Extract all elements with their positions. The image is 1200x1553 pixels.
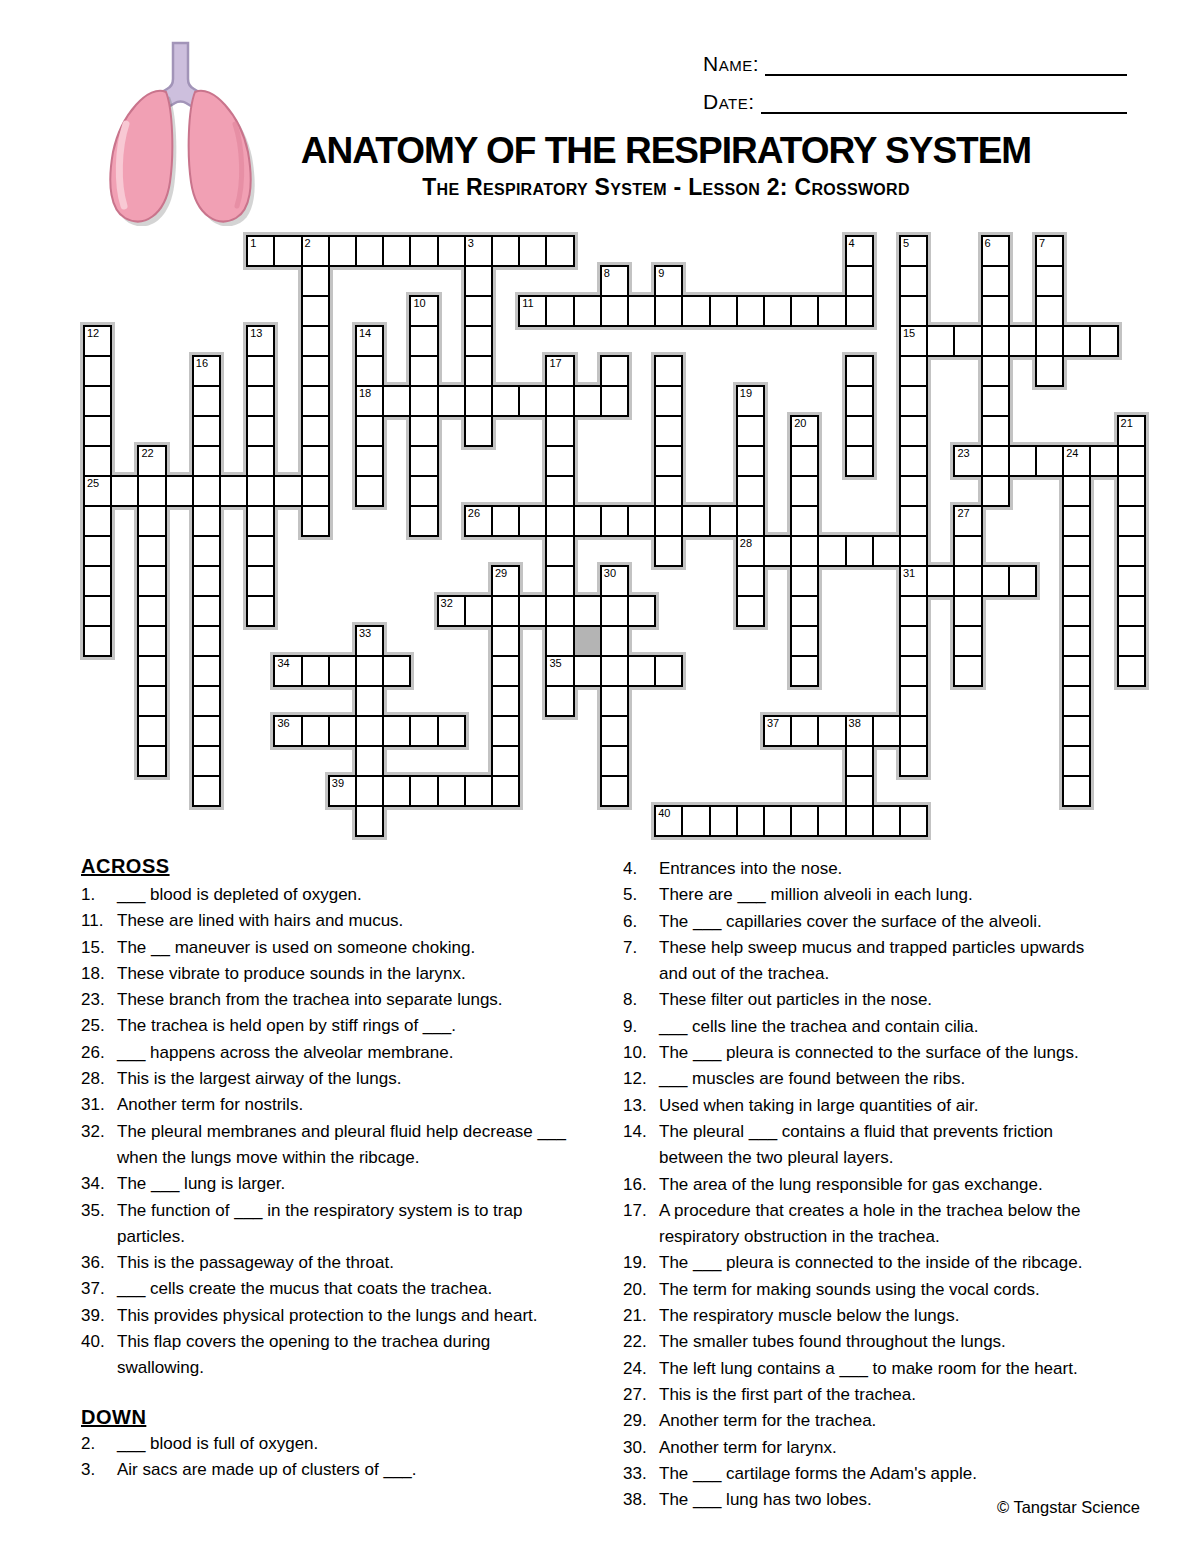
answer-cell-r14c36[interactable] xyxy=(1062,655,1091,687)
answer-cell-r8c8[interactable] xyxy=(301,475,330,507)
answer-cell-r14c30[interactable] xyxy=(899,655,928,687)
answer-cell-r8c17[interactable] xyxy=(545,475,574,507)
answer-cell-r4c12[interactable] xyxy=(409,355,438,387)
answer-cell-r2c17[interactable] xyxy=(545,295,574,327)
answer-cell-r2c30[interactable] xyxy=(899,295,928,327)
answer-cell-r3c34[interactable] xyxy=(1008,325,1037,357)
answer-cell-r16c29[interactable] xyxy=(872,715,901,747)
answer-cell-r3c36[interactable] xyxy=(1062,325,1091,357)
answer-cell-r4c6[interactable] xyxy=(246,355,275,387)
answer-cell-r5c13[interactable] xyxy=(437,385,466,417)
answer-cell-r15c4[interactable] xyxy=(192,685,221,717)
answer-cell-r16c30[interactable] xyxy=(899,715,928,747)
answer-cell-r1c33[interactable] xyxy=(981,265,1010,297)
answer-cell-r0c9[interactable] xyxy=(328,235,357,267)
answer-cell-r9c32[interactable]: 27 xyxy=(953,505,982,537)
answer-cell-r1c28[interactable] xyxy=(845,265,874,297)
answer-cell-r10c2[interactable] xyxy=(137,535,166,567)
answer-cell-r17c10[interactable] xyxy=(355,745,384,777)
answer-cell-r0c12[interactable] xyxy=(409,235,438,267)
answer-cell-r16c36[interactable] xyxy=(1062,715,1091,747)
answer-cell-r14c32[interactable] xyxy=(953,655,982,687)
answer-cell-r16c4[interactable] xyxy=(192,715,221,747)
answer-cell-r11c0[interactable] xyxy=(83,565,112,597)
answer-cell-r17c4[interactable] xyxy=(192,745,221,777)
answer-cell-r14c20[interactable] xyxy=(627,655,656,687)
answer-cell-r19c22[interactable] xyxy=(681,805,710,837)
answer-cell-r10c0[interactable] xyxy=(83,535,112,567)
answer-cell-r6c0[interactable] xyxy=(83,415,112,447)
answer-cell-r4c8[interactable] xyxy=(301,355,330,387)
answer-cell-r0c35[interactable]: 7 xyxy=(1035,235,1064,267)
answer-cell-r11c32[interactable] xyxy=(953,565,982,597)
answer-cell-r16c10[interactable] xyxy=(355,715,384,747)
answer-cell-r0c8[interactable]: 2 xyxy=(301,235,330,267)
answer-cell-r5c6[interactable] xyxy=(246,385,275,417)
answer-cell-r8c4[interactable] xyxy=(192,475,221,507)
answer-cell-r5c12[interactable] xyxy=(409,385,438,417)
answer-cell-r5c4[interactable] xyxy=(192,385,221,417)
answer-cell-r19c10[interactable] xyxy=(355,805,384,837)
answer-cell-r8c5[interactable] xyxy=(219,475,248,507)
answer-cell-r16c26[interactable] xyxy=(790,715,819,747)
answer-cell-r5c17[interactable] xyxy=(545,385,574,417)
answer-cell-r4c30[interactable] xyxy=(899,355,928,387)
answer-cell-r12c20[interactable] xyxy=(627,595,656,627)
answer-cell-r15c36[interactable] xyxy=(1062,685,1091,717)
answer-cell-r15c10[interactable] xyxy=(355,685,384,717)
answer-cell-r16c11[interactable] xyxy=(382,715,411,747)
answer-cell-r15c17[interactable] xyxy=(545,685,574,717)
answer-cell-r13c17[interactable] xyxy=(545,625,574,657)
answer-cell-r2c18[interactable] xyxy=(573,295,602,327)
answer-cell-r7c10[interactable] xyxy=(355,445,384,477)
answer-cell-r14c26[interactable] xyxy=(790,655,819,687)
answer-cell-r6c6[interactable] xyxy=(246,415,275,447)
answer-cell-r8c2[interactable] xyxy=(137,475,166,507)
answer-cell-r12c2[interactable] xyxy=(137,595,166,627)
answer-cell-r5c30[interactable] xyxy=(899,385,928,417)
answer-cell-r17c15[interactable] xyxy=(491,745,520,777)
answer-cell-r17c19[interactable] xyxy=(600,745,629,777)
answer-cell-r3c12[interactable] xyxy=(409,325,438,357)
answer-cell-r11c15[interactable]: 29 xyxy=(491,565,520,597)
answer-cell-r9c26[interactable] xyxy=(790,505,819,537)
answer-cell-r2c19[interactable] xyxy=(600,295,629,327)
answer-cell-r3c31[interactable] xyxy=(926,325,955,357)
answer-cell-r13c0[interactable] xyxy=(83,625,112,657)
answer-cell-r0c28[interactable]: 4 xyxy=(845,235,874,267)
answer-cell-r5c8[interactable] xyxy=(301,385,330,417)
answer-cell-r19c28[interactable] xyxy=(845,805,874,837)
answer-cell-r16c27[interactable] xyxy=(817,715,846,747)
answer-cell-r14c19[interactable] xyxy=(600,655,629,687)
answer-cell-r10c21[interactable] xyxy=(654,535,683,567)
answer-cell-r10c29[interactable] xyxy=(872,535,901,567)
answer-cell-r2c25[interactable] xyxy=(763,295,792,327)
answer-cell-r8c26[interactable] xyxy=(790,475,819,507)
answer-cell-r2c21[interactable] xyxy=(654,295,683,327)
answer-cell-r1c8[interactable] xyxy=(301,265,330,297)
answer-cell-r2c23[interactable] xyxy=(709,295,738,327)
answer-cell-r18c36[interactable] xyxy=(1062,775,1091,807)
answer-cell-r14c18[interactable] xyxy=(573,655,602,687)
answer-cell-r7c24[interactable] xyxy=(736,445,765,477)
answer-cell-r12c15[interactable] xyxy=(491,595,520,627)
answer-cell-r19c25[interactable] xyxy=(763,805,792,837)
answer-cell-r3c10[interactable]: 14 xyxy=(355,325,384,357)
answer-cell-r9c36[interactable] xyxy=(1062,505,1091,537)
answer-cell-r0c6[interactable]: 1 xyxy=(246,235,275,267)
answer-cell-r5c11[interactable] xyxy=(382,385,411,417)
answer-cell-r8c7[interactable] xyxy=(273,475,302,507)
answer-cell-r19c24[interactable] xyxy=(736,805,765,837)
answer-cell-r3c0[interactable]: 12 xyxy=(83,325,112,357)
answer-cell-r5c10[interactable]: 18 xyxy=(355,385,384,417)
answer-cell-r10c30[interactable] xyxy=(899,535,928,567)
answer-cell-r7c33[interactable] xyxy=(981,445,1010,477)
answer-cell-r2c33[interactable] xyxy=(981,295,1010,327)
answer-cell-r17c28[interactable] xyxy=(845,745,874,777)
answer-cell-r6c33[interactable] xyxy=(981,415,1010,447)
answer-cell-r18c15[interactable] xyxy=(491,775,520,807)
answer-cell-r19c29[interactable] xyxy=(872,805,901,837)
answer-cell-r5c15[interactable] xyxy=(491,385,520,417)
answer-cell-r2c28[interactable] xyxy=(845,295,874,327)
answer-cell-r6c24[interactable] xyxy=(736,415,765,447)
answer-cell-r6c28[interactable] xyxy=(845,415,874,447)
answer-cell-r7c21[interactable] xyxy=(654,445,683,477)
answer-cell-r2c26[interactable] xyxy=(790,295,819,327)
answer-cell-r18c9[interactable]: 39 xyxy=(328,775,357,807)
answer-cell-r16c15[interactable] xyxy=(491,715,520,747)
answer-cell-r12c13[interactable]: 32 xyxy=(437,595,466,627)
answer-cell-r14c17[interactable]: 35 xyxy=(545,655,574,687)
answer-cell-r8c30[interactable] xyxy=(899,475,928,507)
answer-cell-r6c21[interactable] xyxy=(654,415,683,447)
answer-cell-r7c37[interactable] xyxy=(1089,445,1118,477)
answer-cell-r19c23[interactable] xyxy=(709,805,738,837)
answer-cell-r18c28[interactable] xyxy=(845,775,874,807)
answer-cell-r6c17[interactable] xyxy=(545,415,574,447)
answer-cell-r3c30[interactable]: 15 xyxy=(899,325,928,357)
answer-cell-r8c33[interactable] xyxy=(981,475,1010,507)
answer-cell-r2c27[interactable] xyxy=(817,295,846,327)
answer-cell-r12c38[interactable] xyxy=(1117,595,1146,627)
answer-cell-r15c30[interactable] xyxy=(899,685,928,717)
answer-cell-r0c13[interactable] xyxy=(437,235,466,267)
answer-cell-r16c19[interactable] xyxy=(600,715,629,747)
answer-cell-r8c21[interactable] xyxy=(654,475,683,507)
answer-cell-r7c36[interactable]: 24 xyxy=(1062,445,1091,477)
answer-cell-r14c9[interactable] xyxy=(328,655,357,687)
answer-cell-r14c2[interactable] xyxy=(137,655,166,687)
answer-cell-r0c33[interactable]: 6 xyxy=(981,235,1010,267)
answer-cell-r11c6[interactable] xyxy=(246,565,275,597)
answer-cell-r12c4[interactable] xyxy=(192,595,221,627)
answer-cell-r4c35[interactable] xyxy=(1035,355,1064,387)
answer-cell-r8c10[interactable] xyxy=(355,475,384,507)
answer-cell-r8c6[interactable] xyxy=(246,475,275,507)
answer-cell-r3c37[interactable] xyxy=(1089,325,1118,357)
answer-cell-r15c19[interactable] xyxy=(600,685,629,717)
answer-cell-r7c2[interactable]: 22 xyxy=(137,445,166,477)
answer-cell-r12c32[interactable] xyxy=(953,595,982,627)
answer-cell-r0c14[interactable]: 3 xyxy=(464,235,493,267)
answer-cell-r19c27[interactable] xyxy=(817,805,846,837)
answer-cell-r1c19[interactable]: 8 xyxy=(600,265,629,297)
answer-cell-r9c23[interactable] xyxy=(709,505,738,537)
answer-cell-r8c0[interactable]: 25 xyxy=(83,475,112,507)
answer-cell-r4c4[interactable]: 16 xyxy=(192,355,221,387)
answer-cell-r7c35[interactable] xyxy=(1035,445,1064,477)
answer-cell-r9c15[interactable] xyxy=(491,505,520,537)
answer-cell-r9c24[interactable] xyxy=(736,505,765,537)
answer-cell-r5c19[interactable] xyxy=(600,385,629,417)
answer-cell-r8c24[interactable] xyxy=(736,475,765,507)
answer-cell-r9c18[interactable] xyxy=(573,505,602,537)
answer-cell-r6c26[interactable]: 20 xyxy=(790,415,819,447)
answer-cell-r13c15[interactable] xyxy=(491,625,520,657)
answer-cell-r14c4[interactable] xyxy=(192,655,221,687)
answer-cell-r12c16[interactable] xyxy=(518,595,547,627)
answer-cell-r3c35[interactable] xyxy=(1035,325,1064,357)
answer-cell-r4c0[interactable] xyxy=(83,355,112,387)
answer-cell-r8c1[interactable] xyxy=(110,475,139,507)
answer-cell-r9c14[interactable]: 26 xyxy=(464,505,493,537)
answer-cell-r2c24[interactable] xyxy=(736,295,765,327)
answer-cell-r10c26[interactable] xyxy=(790,535,819,567)
answer-cell-r5c21[interactable] xyxy=(654,385,683,417)
answer-cell-r9c12[interactable] xyxy=(409,505,438,537)
answer-cell-r7c26[interactable] xyxy=(790,445,819,477)
answer-cell-r0c10[interactable] xyxy=(355,235,384,267)
answer-cell-r11c4[interactable] xyxy=(192,565,221,597)
answer-cell-r18c4[interactable] xyxy=(192,775,221,807)
answer-cell-r10c27[interactable] xyxy=(817,535,846,567)
answer-cell-r11c24[interactable] xyxy=(736,565,765,597)
answer-cell-r5c14[interactable] xyxy=(464,385,493,417)
answer-cell-r7c6[interactable] xyxy=(246,445,275,477)
answer-cell-r6c8[interactable] xyxy=(301,415,330,447)
answer-cell-r14c38[interactable] xyxy=(1117,655,1146,687)
answer-cell-r4c28[interactable] xyxy=(845,355,874,387)
answer-cell-r4c21[interactable] xyxy=(654,355,683,387)
answer-cell-r2c20[interactable] xyxy=(627,295,656,327)
answer-cell-r4c33[interactable] xyxy=(981,355,1010,387)
answer-cell-r13c30[interactable] xyxy=(899,625,928,657)
answer-cell-r2c22[interactable] xyxy=(681,295,710,327)
answer-cell-r12c17[interactable] xyxy=(545,595,574,627)
answer-cell-r18c10[interactable] xyxy=(355,775,384,807)
answer-cell-r19c30[interactable] xyxy=(899,805,928,837)
answer-cell-r13c19[interactable] xyxy=(600,625,629,657)
answer-cell-r12c30[interactable] xyxy=(899,595,928,627)
answer-cell-r15c15[interactable] xyxy=(491,685,520,717)
answer-cell-r2c12[interactable]: 10 xyxy=(409,295,438,327)
answer-cell-r3c8[interactable] xyxy=(301,325,330,357)
answer-cell-r2c16[interactable]: 11 xyxy=(518,295,547,327)
answer-cell-r17c36[interactable] xyxy=(1062,745,1091,777)
answer-cell-r12c18[interactable] xyxy=(573,595,602,627)
answer-cell-r10c32[interactable] xyxy=(953,535,982,567)
answer-cell-r10c17[interactable] xyxy=(545,535,574,567)
answer-cell-r13c36[interactable] xyxy=(1062,625,1091,657)
answer-cell-r13c10[interactable]: 33 xyxy=(355,625,384,657)
answer-cell-r10c24[interactable]: 28 xyxy=(736,535,765,567)
answer-cell-r10c25[interactable] xyxy=(763,535,792,567)
answer-cell-r0c15[interactable] xyxy=(491,235,520,267)
answer-cell-r14c21[interactable] xyxy=(654,655,683,687)
answer-cell-r7c4[interactable] xyxy=(192,445,221,477)
answer-cell-r18c13[interactable] xyxy=(437,775,466,807)
answer-cell-r9c8[interactable] xyxy=(301,505,330,537)
answer-cell-r18c11[interactable] xyxy=(382,775,411,807)
answer-cell-r13c26[interactable] xyxy=(790,625,819,657)
answer-cell-r1c30[interactable] xyxy=(899,265,928,297)
answer-cell-r6c4[interactable] xyxy=(192,415,221,447)
answer-cell-r18c12[interactable] xyxy=(409,775,438,807)
answer-cell-r7c28[interactable] xyxy=(845,445,874,477)
answer-cell-r3c14[interactable] xyxy=(464,325,493,357)
answer-cell-r8c38[interactable] xyxy=(1117,475,1146,507)
answer-cell-r16c2[interactable] xyxy=(137,715,166,747)
answer-cell-r14c10[interactable] xyxy=(355,655,384,687)
answer-cell-r5c18[interactable] xyxy=(573,385,602,417)
answer-cell-r12c6[interactable] xyxy=(246,595,275,627)
answer-cell-r4c10[interactable] xyxy=(355,355,384,387)
answer-cell-r13c2[interactable] xyxy=(137,625,166,657)
answer-cell-r9c22[interactable] xyxy=(681,505,710,537)
answer-cell-r0c7[interactable] xyxy=(273,235,302,267)
answer-cell-r13c38[interactable] xyxy=(1117,625,1146,657)
answer-cell-r11c30[interactable]: 31 xyxy=(899,565,928,597)
answer-cell-r10c6[interactable] xyxy=(246,535,275,567)
answer-cell-r4c19[interactable] xyxy=(600,355,629,387)
answer-cell-r9c17[interactable] xyxy=(545,505,574,537)
answer-cell-r1c21[interactable]: 9 xyxy=(654,265,683,297)
answer-cell-r16c7[interactable]: 36 xyxy=(273,715,302,747)
answer-cell-r2c8[interactable] xyxy=(301,295,330,327)
answer-cell-r12c26[interactable] xyxy=(790,595,819,627)
answer-cell-r0c11[interactable] xyxy=(382,235,411,267)
answer-cell-r11c36[interactable] xyxy=(1062,565,1091,597)
answer-cell-r7c17[interactable] xyxy=(545,445,574,477)
answer-cell-r9c19[interactable] xyxy=(600,505,629,537)
answer-cell-r10c28[interactable] xyxy=(845,535,874,567)
answer-cell-r9c38[interactable] xyxy=(1117,505,1146,537)
answer-cell-r12c24[interactable] xyxy=(736,595,765,627)
answer-cell-r16c28[interactable]: 38 xyxy=(845,715,874,747)
answer-cell-r5c16[interactable] xyxy=(518,385,547,417)
answer-cell-r6c30[interactable] xyxy=(899,415,928,447)
answer-cell-r11c26[interactable] xyxy=(790,565,819,597)
answer-cell-r11c17[interactable] xyxy=(545,565,574,597)
answer-cell-r18c14[interactable] xyxy=(464,775,493,807)
answer-cell-r17c30[interactable] xyxy=(899,745,928,777)
answer-cell-r7c32[interactable]: 23 xyxy=(953,445,982,477)
answer-cell-r3c32[interactable] xyxy=(953,325,982,357)
answer-cell-r14c8[interactable] xyxy=(301,655,330,687)
answer-cell-r16c13[interactable] xyxy=(437,715,466,747)
answer-cell-r13c32[interactable] xyxy=(953,625,982,657)
answer-cell-r13c4[interactable] xyxy=(192,625,221,657)
answer-cell-r12c14[interactable] xyxy=(464,595,493,627)
answer-cell-r9c2[interactable] xyxy=(137,505,166,537)
answer-cell-r16c25[interactable]: 37 xyxy=(763,715,792,747)
answer-cell-r3c6[interactable]: 13 xyxy=(246,325,275,357)
answer-cell-r1c35[interactable] xyxy=(1035,265,1064,297)
answer-cell-r7c38[interactable] xyxy=(1117,445,1146,477)
answer-cell-r7c12[interactable] xyxy=(409,445,438,477)
answer-cell-r14c15[interactable] xyxy=(491,655,520,687)
answer-cell-r9c20[interactable] xyxy=(627,505,656,537)
answer-cell-r9c4[interactable] xyxy=(192,505,221,537)
answer-cell-r6c14[interactable] xyxy=(464,415,493,447)
answer-cell-r5c0[interactable] xyxy=(83,385,112,417)
answer-cell-r5c24[interactable]: 19 xyxy=(736,385,765,417)
answer-cell-r15c2[interactable] xyxy=(137,685,166,717)
answer-cell-r14c11[interactable] xyxy=(382,655,411,687)
answer-cell-r7c0[interactable] xyxy=(83,445,112,477)
answer-cell-r4c14[interactable] xyxy=(464,355,493,387)
answer-cell-r19c26[interactable] xyxy=(790,805,819,837)
answer-cell-r9c0[interactable] xyxy=(83,505,112,537)
answer-cell-r9c16[interactable] xyxy=(518,505,547,537)
answer-cell-r11c33[interactable] xyxy=(981,565,1010,597)
answer-cell-r11c2[interactable] xyxy=(137,565,166,597)
answer-cell-r8c36[interactable] xyxy=(1062,475,1091,507)
answer-cell-r7c8[interactable] xyxy=(301,445,330,477)
answer-cell-r0c17[interactable] xyxy=(545,235,574,267)
answer-cell-r7c34[interactable] xyxy=(1008,445,1037,477)
answer-cell-r6c10[interactable] xyxy=(355,415,384,447)
answer-cell-r0c16[interactable] xyxy=(518,235,547,267)
answer-cell-r16c12[interactable] xyxy=(409,715,438,747)
answer-cell-r6c38[interactable]: 21 xyxy=(1117,415,1146,447)
answer-cell-r10c36[interactable] xyxy=(1062,535,1091,567)
answer-cell-r14c7[interactable]: 34 xyxy=(273,655,302,687)
answer-cell-r1c14[interactable] xyxy=(464,265,493,297)
answer-cell-r2c14[interactable] xyxy=(464,295,493,327)
answer-cell-r0c30[interactable]: 5 xyxy=(899,235,928,267)
answer-cell-r9c30[interactable] xyxy=(899,505,928,537)
answer-cell-r11c38[interactable] xyxy=(1117,565,1146,597)
answer-cell-r4c17[interactable]: 17 xyxy=(545,355,574,387)
answer-cell-r11c31[interactable] xyxy=(926,565,955,597)
answer-cell-r7c30[interactable] xyxy=(899,445,928,477)
answer-cell-r19c21[interactable]: 40 xyxy=(654,805,683,837)
answer-cell-r6c12[interactable] xyxy=(409,415,438,447)
answer-cell-r16c8[interactable] xyxy=(301,715,330,747)
answer-cell-r8c12[interactable] xyxy=(409,475,438,507)
answer-cell-r16c9[interactable] xyxy=(328,715,357,747)
answer-cell-r5c28[interactable] xyxy=(845,385,874,417)
answer-cell-r17c2[interactable] xyxy=(137,745,166,777)
answer-cell-r3c33[interactable] xyxy=(981,325,1010,357)
answer-cell-r9c6[interactable] xyxy=(246,505,275,537)
answer-cell-r12c19[interactable] xyxy=(600,595,629,627)
answer-cell-r11c34[interactable] xyxy=(1008,565,1037,597)
answer-cell-r8c3[interactable] xyxy=(165,475,194,507)
answer-cell-r11c19[interactable]: 30 xyxy=(600,565,629,597)
answer-cell-r5c33[interactable] xyxy=(981,385,1010,417)
answer-cell-r12c36[interactable] xyxy=(1062,595,1091,627)
answer-cell-r9c21[interactable] xyxy=(654,505,683,537)
answer-cell-r12c0[interactable] xyxy=(83,595,112,627)
answer-cell-r10c4[interactable] xyxy=(192,535,221,567)
answer-cell-r10c38[interactable] xyxy=(1117,535,1146,567)
